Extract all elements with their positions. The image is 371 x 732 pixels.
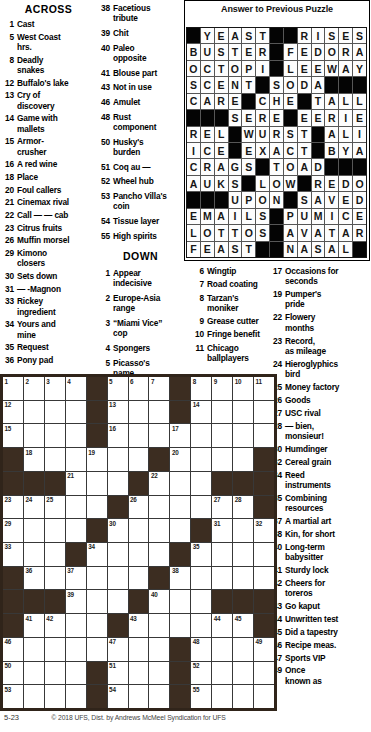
answer-letter-cell: B <box>187 44 200 59</box>
puzzle-cell[interactable] <box>212 448 232 471</box>
answer-letter-cell: S <box>242 28 255 43</box>
answer-letter-cell: T <box>215 61 228 76</box>
answer-letter-cell: L <box>284 61 297 76</box>
clue-item: 11Chicago ballplayers <box>190 343 268 364</box>
puzzle-cell[interactable] <box>233 424 253 447</box>
answer-letter-cell: A <box>187 176 200 191</box>
clue-text: “Miami Vice” cop <box>113 318 184 339</box>
puzzle-cell[interactable] <box>233 448 253 471</box>
answer-letter-cell: R <box>339 44 352 59</box>
answer-block-cell <box>298 94 311 109</box>
puzzle-cell[interactable] <box>108 448 128 471</box>
puzzle-cell[interactable]: 16 <box>108 424 128 447</box>
puzzle-cell[interactable]: 25 <box>45 496 65 519</box>
clue-item: 14Game with mallets <box>1 113 96 134</box>
puzzle-cell[interactable]: 18 <box>24 448 44 471</box>
puzzle-cell[interactable]: 52 <box>191 662 211 685</box>
clue-number: 15 <box>1 136 14 157</box>
answer-letter-cell: S <box>242 159 255 174</box>
clue-item: 39Chit <box>97 28 184 38</box>
answer-letter-cell: A <box>325 94 338 109</box>
puzzle-cell[interactable] <box>45 662 65 685</box>
puzzle-cell[interactable]: 29 <box>3 519 23 542</box>
answer-letter-cell: U <box>201 44 214 59</box>
answer-letter-cell: A <box>215 242 228 257</box>
answer-letter-cell: R <box>270 127 283 142</box>
puzzle-cell[interactable]: 23 <box>3 496 23 519</box>
clue-item: 15Armor- crusher <box>1 136 96 157</box>
puzzle-cell[interactable]: 53 <box>3 685 23 708</box>
answer-block-cell <box>325 159 338 174</box>
answer-letter-cell: V <box>325 192 338 207</box>
answer-letter-cell: A <box>312 192 325 207</box>
cell-number: 41 <box>25 615 32 622</box>
answer-letter-cell: L <box>339 242 352 257</box>
clue-item: 22Call — — cab <box>1 210 96 220</box>
clue-text: Coq au — <box>113 162 184 172</box>
puzzle-cell[interactable]: 22 <box>149 472 169 495</box>
puzzle-cell[interactable] <box>149 496 169 519</box>
puzzle-cell[interactable] <box>129 685 149 708</box>
puzzle-block-cell <box>45 472 65 495</box>
answer-letter-cell: V <box>298 225 311 240</box>
answer-letter-cell: S <box>256 209 269 224</box>
puzzle-block-cell <box>254 614 274 637</box>
clue-text: Place <box>17 172 96 182</box>
clue-text: Facetious tribute <box>113 3 184 24</box>
down-header: DOWN <box>97 250 184 262</box>
cell-number: 26 <box>130 496 137 503</box>
puzzle-block-cell <box>87 662 107 685</box>
puzzle-cell[interactable] <box>45 448 65 471</box>
puzzle-cell[interactable] <box>66 638 86 661</box>
puzzle-cell[interactable] <box>24 424 44 447</box>
puzzle-cell[interactable]: 6 <box>129 377 149 400</box>
answer-letter-cell: F <box>284 44 297 59</box>
puzzle-cell[interactable] <box>108 590 128 613</box>
puzzle-cell[interactable] <box>129 448 149 471</box>
puzzle-cell[interactable] <box>233 401 253 424</box>
puzzle-cell[interactable] <box>24 685 44 708</box>
answer-letter-cell: O <box>229 61 242 76</box>
puzzle-cell[interactable] <box>149 638 169 661</box>
answer-block-cell <box>284 110 297 125</box>
answer-letter-cell: X <box>256 143 269 158</box>
cell-number: 36 <box>25 567 32 574</box>
puzzle-block-cell <box>87 401 107 424</box>
clue-text: Pancho Villa's coin <box>113 191 184 212</box>
puzzle-cell[interactable] <box>191 472 211 495</box>
clue-item: 16A red wine <box>1 159 96 169</box>
puzzle-block-cell <box>170 638 190 661</box>
clue-item: 6Wingtip <box>190 266 268 276</box>
puzzle-cell[interactable]: 28 <box>233 496 253 519</box>
cell-number: 14 <box>193 401 200 408</box>
puzzle-cell[interactable] <box>149 401 169 424</box>
puzzle-cell[interactable] <box>233 638 253 661</box>
puzzle-cell[interactable] <box>45 685 65 708</box>
answer-block-cell <box>298 176 311 191</box>
puzzle-cell[interactable] <box>129 401 149 424</box>
puzzle-cell[interactable]: 48 <box>191 638 211 661</box>
answer-letter-cell: R <box>256 44 269 59</box>
clue-text: Sturdy lock <box>285 565 371 575</box>
puzzle-cell[interactable]: 13 <box>108 401 128 424</box>
clue-text: Occasions for seconds <box>285 266 371 287</box>
clue-text: Kimono closers <box>17 248 96 269</box>
puzzle-cell[interactable]: 49 <box>254 638 274 661</box>
puzzle-cell[interactable]: 4 <box>66 377 86 400</box>
answer-block-cell <box>242 94 255 109</box>
puzzle-cell[interactable]: 15 <box>3 424 23 447</box>
puzzle-cell[interactable] <box>45 543 65 566</box>
clue-item: 1Appear indecisive <box>97 268 184 289</box>
answer-letter-cell: U <box>201 176 214 191</box>
clue-item: 18Place <box>1 172 96 182</box>
puzzle-cell[interactable]: 26 <box>129 496 149 519</box>
clue-text: Recipe meas. <box>285 640 371 650</box>
answer-letter-cell: I <box>312 28 325 43</box>
puzzle-cell[interactable]: 45 <box>233 614 253 637</box>
cell-number: 44 <box>214 615 221 622</box>
answer-letter-cell: I <box>325 209 338 224</box>
puzzle-cell[interactable] <box>87 496 107 519</box>
answer-letter-cell: L <box>215 127 228 142</box>
puzzle-cell[interactable] <box>254 685 274 708</box>
answer-letter-cell: E <box>242 143 255 158</box>
puzzle-cell[interactable] <box>191 448 211 471</box>
puzzle-cell[interactable]: 51 <box>108 662 128 685</box>
puzzle-cell[interactable] <box>233 567 253 590</box>
cell-number: 50 <box>5 662 12 669</box>
clue-text: Reed instruments <box>285 470 371 491</box>
clue-text: Cast <box>17 19 96 29</box>
puzzle-cell[interactable] <box>191 567 211 590</box>
answer-letter-cell: E <box>325 176 338 191</box>
puzzle-cell[interactable] <box>45 401 65 424</box>
puzzle-cell[interactable]: 38 <box>170 567 190 590</box>
puzzle-cell[interactable]: 37 <box>66 567 86 590</box>
clue-text: Long-term babysitter <box>285 542 371 563</box>
puzzle-cell[interactable] <box>108 567 128 590</box>
puzzle-cell[interactable] <box>24 638 44 661</box>
clue-text: Sports VIP <box>285 653 371 663</box>
puzzle-cell[interactable]: 31 <box>212 519 232 542</box>
puzzle-cell[interactable]: 19 <box>87 448 107 471</box>
clue-item: 35Request <box>1 342 96 352</box>
clue-text: Hieroglyphics bird <box>285 359 371 380</box>
puzzle-cell[interactable] <box>66 614 86 637</box>
answer-letter-cell: E <box>339 192 352 207</box>
puzzle-cell[interactable]: 10 <box>233 377 253 400</box>
clue-number: 43 <box>97 82 110 92</box>
clue-item: 46Recipe meas. <box>268 640 371 650</box>
puzzle-cell[interactable] <box>233 519 253 542</box>
puzzle-cell[interactable] <box>254 662 274 685</box>
clue-text: Europe-Asia range <box>113 293 184 314</box>
puzzle-cell[interactable] <box>212 567 232 590</box>
clue-item: 5West Coast hrs. <box>1 32 96 53</box>
puzzle-cell[interactable]: 40 <box>149 590 169 613</box>
puzzle-cell[interactable] <box>66 662 86 685</box>
clue-number: 17 <box>268 266 282 287</box>
clue-text: Armor- crusher <box>17 136 96 157</box>
puzzle-cell[interactable] <box>254 424 274 447</box>
puzzle-cell[interactable]: 3 <box>45 377 65 400</box>
puzzle-cell[interactable]: 42 <box>45 614 65 637</box>
puzzle-cell[interactable]: 32 <box>254 519 274 542</box>
puzzle-cell[interactable] <box>108 472 128 495</box>
puzzle-cell[interactable]: 47 <box>108 638 128 661</box>
clue-item: 50Husky's burden <box>97 137 184 158</box>
clue-text: Muffin morsel <box>17 235 96 245</box>
puzzle-cell[interactable] <box>212 638 232 661</box>
puzzle-cell[interactable]: 27 <box>212 496 232 519</box>
clue-text: Appear indecisive <box>113 268 184 289</box>
answer-letter-cell: A <box>298 242 311 257</box>
clue-number: 26 <box>1 235 14 245</box>
answer-letter-cell: S <box>298 192 311 207</box>
puzzle-cell[interactable] <box>129 662 149 685</box>
puzzle-cell[interactable]: 50 <box>3 662 23 685</box>
answer-letter-cell: W <box>242 127 255 142</box>
puzzle-cell[interactable]: 21 <box>66 472 86 495</box>
puzzle-cell[interactable] <box>66 424 86 447</box>
clue-item: 24Hieroglyphics bird <box>268 359 371 380</box>
puzzle-cell[interactable] <box>170 614 190 637</box>
clue-text: Spongers <box>113 343 184 353</box>
clue-number: 18 <box>1 172 14 182</box>
clue-text: Flowery months <box>285 312 371 333</box>
cell-number: 32 <box>256 520 263 527</box>
puzzle-cell[interactable] <box>212 685 232 708</box>
clue-number: 8 <box>1 55 14 76</box>
puzzle-cell[interactable] <box>87 590 107 613</box>
puzzle-cell[interactable] <box>170 519 190 542</box>
puzzle-cell[interactable] <box>191 590 211 613</box>
puzzle-cell[interactable] <box>66 685 86 708</box>
puzzle-cell[interactable] <box>24 662 44 685</box>
clue-text: Request <box>17 342 96 352</box>
answer-to-previous-puzzle-box: Answer to Previous Puzzle YEASTRISESBUST… <box>184 0 370 261</box>
puzzle-cell[interactable] <box>233 685 253 708</box>
answer-block-cell <box>256 242 269 257</box>
puzzle-cell[interactable] <box>212 662 232 685</box>
answer-letter-cell: L <box>256 176 269 191</box>
puzzle-cell[interactable] <box>87 614 107 637</box>
puzzle-cell[interactable] <box>170 472 190 495</box>
answer-letter-cell: S <box>353 28 366 43</box>
clue-text: Wingtip <box>207 266 268 276</box>
answer-letter-cell: C <box>201 143 214 158</box>
puzzle-cell[interactable] <box>254 543 274 566</box>
puzzle-cell[interactable]: 34 <box>87 543 107 566</box>
cell-number: 8 <box>193 378 196 385</box>
clue-number: 50 <box>97 137 110 158</box>
answer-letter-cell: S <box>270 77 283 92</box>
puzzle-cell[interactable]: 46 <box>3 638 23 661</box>
puzzle-cell[interactable]: 1 <box>3 377 23 400</box>
puzzle-cell[interactable]: 11 <box>254 377 274 400</box>
puzzle-cell[interactable] <box>212 401 232 424</box>
puzzle-cell[interactable] <box>212 424 232 447</box>
answer-letter-cell: L <box>242 209 255 224</box>
puzzle-cell[interactable] <box>87 567 107 590</box>
clue-text: Wheel hub <box>113 176 184 186</box>
puzzle-cell[interactable]: 20 <box>170 448 190 471</box>
puzzle-cell[interactable] <box>129 519 149 542</box>
cell-number: 33 <box>5 543 12 550</box>
puzzle-cell[interactable]: 5 <box>108 377 128 400</box>
puzzle-block-cell <box>108 496 128 519</box>
clue-item: 12Buffalo's lake <box>1 78 96 88</box>
puzzle-cell[interactable] <box>66 519 86 542</box>
puzzle-cell[interactable] <box>87 638 107 661</box>
puzzle-cell[interactable]: 39 <box>66 590 86 613</box>
answer-letter-cell: O <box>284 77 297 92</box>
puzzle-cell[interactable] <box>45 638 65 661</box>
puzzle-cell[interactable] <box>254 567 274 590</box>
clue-number: 31 <box>1 284 14 294</box>
clue-number: 10 <box>190 329 204 339</box>
puzzle-cell[interactable] <box>45 567 65 590</box>
puzzle-cell[interactable] <box>149 662 169 685</box>
puzzle-cell[interactable]: 2 <box>24 377 44 400</box>
answer-block-cell <box>201 110 214 125</box>
puzzle-cell[interactable]: 41 <box>24 614 44 637</box>
puzzle-cell[interactable]: 7 <box>149 377 169 400</box>
answer-block-cell <box>353 242 366 257</box>
clue-text: Record, as mileage <box>285 336 371 357</box>
puzzle-cell[interactable]: 8 <box>191 377 211 400</box>
answer-letter-cell: O <box>256 192 269 207</box>
puzzle-block-cell <box>191 519 211 542</box>
answer-letter-cell: E <box>298 110 311 125</box>
answer-letter-cell: P <box>242 61 255 76</box>
clue-item: 23Record, as mileage <box>268 336 371 357</box>
puzzle-cell[interactable] <box>149 543 169 566</box>
puzzle-cell[interactable]: 24 <box>24 496 44 519</box>
puzzle-block-cell <box>149 448 169 471</box>
puzzle-cell[interactable] <box>66 448 86 471</box>
puzzle-cell[interactable] <box>233 543 253 566</box>
answer-block-cell <box>284 192 297 207</box>
puzzle-cell[interactable] <box>24 519 44 542</box>
puzzle-cell[interactable] <box>191 614 211 637</box>
answer-letter-cell: A <box>339 225 352 240</box>
clue-number: 54 <box>97 216 110 226</box>
clue-text: Combining resources <box>285 493 371 514</box>
puzzle-cell[interactable] <box>24 401 44 424</box>
answer-letter-cell: A <box>312 225 325 240</box>
clue-number: 20 <box>1 185 14 195</box>
clue-number: 34 <box>1 319 14 340</box>
answer-letter-cell: D <box>339 176 352 191</box>
puzzle-cell[interactable] <box>212 543 232 566</box>
answer-letter-cell: N <box>229 77 242 92</box>
puzzle-cell[interactable] <box>191 496 211 519</box>
answer-block-cell <box>215 192 228 207</box>
puzzle-cell[interactable] <box>66 496 86 519</box>
puzzle-cell[interactable]: 54 <box>108 685 128 708</box>
puzzle-cell[interactable] <box>254 401 274 424</box>
puzzle-cell[interactable] <box>87 472 107 495</box>
answer-letter-cell: D <box>312 44 325 59</box>
puzzle-cell[interactable] <box>233 662 253 685</box>
puzzle-cell[interactable] <box>129 424 149 447</box>
clue-number: 22 <box>268 312 282 333</box>
answer-block-cell <box>312 143 325 158</box>
cell-number: 24 <box>25 496 32 503</box>
answer-letter-cell: E <box>312 61 325 76</box>
puzzle-cell[interactable]: 17 <box>170 424 190 447</box>
clue-number: 29 <box>1 248 14 269</box>
cell-number: 19 <box>88 449 95 456</box>
puzzle-cell[interactable] <box>45 519 65 542</box>
puzzle-block-cell <box>212 472 232 495</box>
cell-number: 20 <box>172 449 179 456</box>
puzzle-cell[interactable]: 12 <box>3 401 23 424</box>
puzzle-cell[interactable] <box>24 543 44 566</box>
clue-number: 5 <box>1 32 14 53</box>
puzzle-cell[interactable]: 35 <box>191 543 211 566</box>
puzzle-block-cell <box>170 401 190 424</box>
puzzle-cell[interactable]: 14 <box>191 401 211 424</box>
answer-block-cell <box>201 192 214 207</box>
puzzle-cell[interactable] <box>66 401 86 424</box>
puzzle-cell[interactable] <box>170 496 190 519</box>
puzzle-cell[interactable] <box>149 424 169 447</box>
puzzle-cell[interactable]: 33 <box>3 543 23 566</box>
puzzle-cell[interactable]: 36 <box>24 567 44 590</box>
clue-number: 30 <box>1 271 14 281</box>
answer-letter-cell: C <box>201 61 214 76</box>
answer-letter-cell: T <box>325 225 338 240</box>
puzzle-cell[interactable]: 30 <box>108 519 128 542</box>
puzzle-cell[interactable]: 9 <box>212 377 232 400</box>
cell-number: 17 <box>172 425 179 432</box>
clue-text: Citrus fruits <box>17 223 96 233</box>
puzzle-cell[interactable]: 44 <box>212 614 232 637</box>
puzzle-cell[interactable] <box>149 685 169 708</box>
puzzle-cell[interactable] <box>108 543 128 566</box>
puzzle-cell[interactable]: 43 <box>129 614 149 637</box>
clue-text: USC rival <box>285 408 371 418</box>
puzzle-cell[interactable] <box>129 638 149 661</box>
clue-text: Once known as <box>285 665 371 686</box>
puzzle-block-cell <box>87 377 107 400</box>
puzzle-cell[interactable]: 55 <box>191 685 211 708</box>
answer-letter-cell: C <box>256 94 269 109</box>
clue-item: 42Cheers for toreros <box>268 578 371 599</box>
puzzle-cell[interactable] <box>149 519 169 542</box>
answer-letter-cell: H <box>270 94 283 109</box>
answer-letter-cell: A <box>353 143 366 158</box>
answer-block-cell <box>339 159 352 174</box>
clue-number: 14 <box>1 113 14 134</box>
answer-letter-cell: O <box>325 44 338 59</box>
clue-number: 39 <box>97 28 110 38</box>
puzzle-cell[interactable] <box>191 424 211 447</box>
answer-letter-cell: D <box>353 192 366 207</box>
puzzle-cell[interactable] <box>129 543 149 566</box>
puzzle-cell[interactable] <box>45 424 65 447</box>
puzzle-cell[interactable] <box>149 614 169 637</box>
across-continued-and-down-clues-column: 38Facetious tribute39Chit40Paleo opposit… <box>97 3 184 383</box>
puzzle-cell[interactable] <box>129 567 149 590</box>
clue-number: 7 <box>190 279 204 289</box>
puzzle-cell[interactable] <box>170 590 190 613</box>
